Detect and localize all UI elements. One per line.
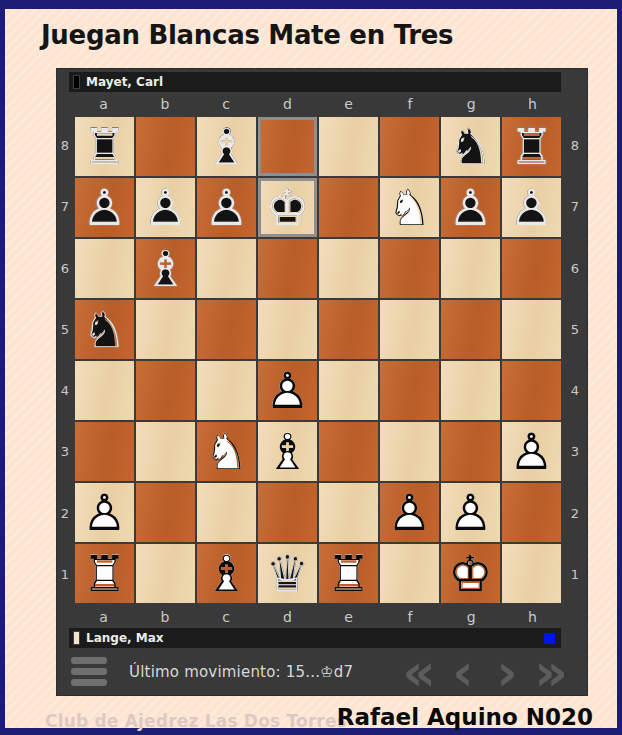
square-d6[interactable] <box>258 239 317 298</box>
square-d8[interactable] <box>258 117 317 176</box>
square-b7[interactable]: ♟♙ <box>136 178 195 237</box>
page: Juegan Blancas Mate en Tres Mayet, Carl … <box>0 0 622 735</box>
piece-glyph-outline: ♙ <box>258 361 317 420</box>
square-a1[interactable]: ♜♖ <box>75 544 134 603</box>
piece-glyph-outline: ♙ <box>75 178 134 237</box>
rank-label-1: 1 <box>57 544 73 605</box>
rank-label-3: 3 <box>563 421 587 482</box>
square-e6[interactable] <box>319 239 378 298</box>
square-h4[interactable] <box>502 361 561 420</box>
piece-glyph-outline: ♗ <box>197 117 256 176</box>
square-a2[interactable]: ♟♙ <box>75 483 134 542</box>
black-pawn-piece[interactable]: ♟♙ <box>197 178 256 237</box>
rank-label-7: 7 <box>563 176 587 237</box>
piece-glyph-outline: ♙ <box>502 178 561 237</box>
black-side-indicator <box>73 75 80 89</box>
square-g2[interactable]: ♟♙ <box>441 483 500 542</box>
piece-glyph-outline: ♔ <box>441 544 500 603</box>
square-f5[interactable] <box>380 300 439 359</box>
file-label-f: f <box>379 605 440 628</box>
black-pawn-piece[interactable]: ♟♙ <box>441 178 500 237</box>
square-h1[interactable] <box>502 544 561 603</box>
piece-glyph-outline: ♖ <box>502 117 561 176</box>
piece-glyph-outline: ♘ <box>197 422 256 481</box>
square-c7[interactable]: ♟♙ <box>197 178 256 237</box>
menu-icon[interactable] <box>71 657 107 686</box>
piece-glyph-outline: ♙ <box>502 422 561 481</box>
chess-board: ♜♖♝♗♞♘♜♖♟♙♟♙♟♙♚♔♞♘♟♙♟♙♝♗♞♘♟♙♞♘♝♗♟♙♟♙♟♙♟♙… <box>73 115 563 605</box>
white-side-indicator <box>73 631 80 645</box>
white-pawn-piece[interactable]: ♟♙ <box>258 361 317 420</box>
square-d4[interactable]: ♟♙ <box>258 361 317 420</box>
white-knight-piece[interactable]: ♞♘ <box>197 422 256 481</box>
player-bar-black: Mayet, Carl <box>69 72 561 92</box>
square-g3[interactable] <box>441 422 500 481</box>
piece-glyph-outline: ♙ <box>197 178 256 237</box>
author-credit: Rafael Aquino N020 <box>337 704 593 730</box>
piece-glyph-outline: ♗ <box>258 422 317 481</box>
square-e4[interactable] <box>319 361 378 420</box>
file-label-b: b <box>134 92 195 115</box>
square-h5[interactable] <box>502 300 561 359</box>
square-f4[interactable] <box>380 361 439 420</box>
board-area: 87654321 ♜♖♝♗♞♘♜♖♟♙♟♙♟♙♚♔♞♘♟♙♟♙♝♗♞♘♟♙♞♘♝… <box>57 115 587 605</box>
square-b3[interactable] <box>136 422 195 481</box>
black-bishop-piece[interactable]: ♝♗ <box>197 117 256 176</box>
square-f7[interactable]: ♞♘ <box>380 178 439 237</box>
white-rook-piece[interactable]: ♜♖ <box>319 544 378 603</box>
square-d5[interactable] <box>258 300 317 359</box>
white-king-piece[interactable]: ♚♔ <box>441 544 500 603</box>
piece-glyph-outline: ♖ <box>319 544 378 603</box>
square-c4[interactable] <box>197 361 256 420</box>
rank-label-2: 2 <box>57 483 73 544</box>
piece-glyph-outline: ♙ <box>380 483 439 542</box>
square-g5[interactable] <box>441 300 500 359</box>
square-g8[interactable]: ♞♘ <box>441 117 500 176</box>
square-a3[interactable] <box>75 422 134 481</box>
square-e8[interactable] <box>319 117 378 176</box>
rank-label-3: 3 <box>57 421 73 482</box>
page-title: Juegan Blancas Mate en Tres <box>41 20 453 50</box>
white-pawn-piece[interactable]: ♟♙ <box>380 483 439 542</box>
square-c8[interactable]: ♝♗ <box>197 117 256 176</box>
file-label-c: c <box>196 92 257 115</box>
rank-label-1: 1 <box>563 544 587 605</box>
file-label-g: g <box>441 605 502 628</box>
club-watermark: Club de Ajedrez Las Dos Torres <box>45 711 347 731</box>
file-label-a: a <box>73 605 134 628</box>
white-knight-piece[interactable]: ♞♘ <box>380 178 439 237</box>
chess-board-widget: Mayet, Carl abcdefgh 87654321 ♜♖♝♗♞♘♜♖♟♙… <box>57 69 587 695</box>
rank-labels-left: 87654321 <box>57 115 73 605</box>
file-labels-top: abcdefgh <box>57 92 587 115</box>
file-label-f: f <box>379 92 440 115</box>
square-b8[interactable] <box>136 117 195 176</box>
white-pawn-piece[interactable]: ♟♙ <box>502 422 561 481</box>
square-e7[interactable] <box>319 178 378 237</box>
square-g7[interactable]: ♟♙ <box>441 178 500 237</box>
black-knight-piece[interactable]: ♞♘ <box>75 300 134 359</box>
black-queen-piece[interactable]: ♛♕ <box>258 544 317 603</box>
square-e1[interactable]: ♜♖ <box>319 544 378 603</box>
square-b2[interactable] <box>136 483 195 542</box>
black-rook-piece[interactable]: ♜♖ <box>75 117 134 176</box>
square-h6[interactable] <box>502 239 561 298</box>
square-d2[interactable] <box>258 483 317 542</box>
square-b1[interactable] <box>136 544 195 603</box>
piece-glyph-outline: ♙ <box>75 483 134 542</box>
square-b6[interactable]: ♝♗ <box>136 239 195 298</box>
move-navigation: «‹›» <box>399 652 571 692</box>
black-king-piece[interactable]: ♚♔ <box>258 178 317 237</box>
first-move-button[interactable]: « <box>399 652 439 692</box>
file-label-e: e <box>318 92 379 115</box>
square-f3[interactable] <box>380 422 439 481</box>
next-move-button[interactable]: › <box>487 652 527 692</box>
square-e3[interactable] <box>319 422 378 481</box>
square-g4[interactable] <box>441 361 500 420</box>
square-a6[interactable] <box>75 239 134 298</box>
black-knight-piece[interactable]: ♞♘ <box>441 117 500 176</box>
piece-glyph-outline: ♔ <box>258 178 317 237</box>
white-pawn-piece[interactable]: ♟♙ <box>75 483 134 542</box>
rank-label-6: 6 <box>57 238 73 299</box>
square-f6[interactable] <box>380 239 439 298</box>
white-rook-piece[interactable]: ♜♖ <box>75 544 134 603</box>
square-a5[interactable]: ♞♘ <box>75 300 134 359</box>
piece-glyph-outline: ♗ <box>197 544 256 603</box>
square-g1[interactable]: ♚♔ <box>441 544 500 603</box>
player-bar-white: Lange, Max <box>69 628 561 648</box>
square-h2[interactable] <box>502 483 561 542</box>
rank-label-5: 5 <box>563 299 587 360</box>
piece-glyph-outline: ♘ <box>441 117 500 176</box>
square-e5[interactable] <box>319 300 378 359</box>
square-c5[interactable] <box>197 300 256 359</box>
black-bishop-piece[interactable]: ♝♗ <box>136 239 195 298</box>
player-name-black: Mayet, Carl <box>86 75 163 89</box>
file-label-g: g <box>441 92 502 115</box>
black-pawn-piece[interactable]: ♟♙ <box>75 178 134 237</box>
file-label-d: d <box>257 92 318 115</box>
rank-label-8: 8 <box>57 115 73 176</box>
black-pawn-piece[interactable]: ♟♙ <box>136 178 195 237</box>
file-label-h: h <box>502 605 563 628</box>
piece-glyph-outline: ♖ <box>75 544 134 603</box>
white-pawn-piece[interactable]: ♟♙ <box>441 483 500 542</box>
file-labels-bottom: abcdefgh <box>57 605 587 628</box>
rank-label-2: 2 <box>563 483 587 544</box>
file-label-c: c <box>196 605 257 628</box>
square-a8[interactable]: ♜♖ <box>75 117 134 176</box>
rank-label-4: 4 <box>563 360 587 421</box>
square-h7[interactable]: ♟♙ <box>502 178 561 237</box>
square-f8[interactable] <box>380 117 439 176</box>
control-bar: Último movimiento: 15...♔d7 «‹›» <box>57 648 587 695</box>
black-rook-piece[interactable]: ♜♖ <box>502 117 561 176</box>
file-label-d: d <box>257 605 318 628</box>
last-move-button[interactable]: » <box>531 652 571 692</box>
file-label-e: e <box>318 605 379 628</box>
piece-glyph-outline: ♗ <box>136 239 195 298</box>
white-bishop-piece[interactable]: ♝♗ <box>258 422 317 481</box>
square-a7[interactable]: ♟♙ <box>75 178 134 237</box>
square-h8[interactable]: ♜♖ <box>502 117 561 176</box>
rank-label-4: 4 <box>57 360 73 421</box>
square-b5[interactable] <box>136 300 195 359</box>
square-d1[interactable]: ♛♕ <box>258 544 317 603</box>
rank-labels-right: 87654321 <box>563 115 587 605</box>
square-c3[interactable]: ♞♘ <box>197 422 256 481</box>
player-name-white: Lange, Max <box>86 631 164 645</box>
rank-label-6: 6 <box>563 238 587 299</box>
piece-glyph-outline: ♙ <box>441 483 500 542</box>
square-c1[interactable]: ♝♗ <box>197 544 256 603</box>
rank-label-7: 7 <box>57 176 73 237</box>
black-pawn-piece[interactable]: ♟♙ <box>502 178 561 237</box>
white-bishop-piece[interactable]: ♝♗ <box>197 544 256 603</box>
square-d3[interactable]: ♝♗ <box>258 422 317 481</box>
square-c6[interactable] <box>197 239 256 298</box>
piece-glyph-outline: ♘ <box>380 178 439 237</box>
rank-label-5: 5 <box>57 299 73 360</box>
square-g6[interactable] <box>441 239 500 298</box>
file-label-b: b <box>134 605 195 628</box>
piece-glyph-outline: ♙ <box>136 178 195 237</box>
piece-glyph-outline: ♘ <box>75 300 134 359</box>
square-a4[interactable] <box>75 361 134 420</box>
square-c2[interactable] <box>197 483 256 542</box>
piece-glyph-outline: ♕ <box>258 544 317 603</box>
square-f2[interactable]: ♟♙ <box>380 483 439 542</box>
file-label-a: a <box>73 92 134 115</box>
prev-move-button[interactable]: ‹ <box>443 652 483 692</box>
rank-label-8: 8 <box>563 115 587 176</box>
square-b4[interactable] <box>136 361 195 420</box>
piece-glyph-outline: ♖ <box>75 117 134 176</box>
square-d7[interactable]: ♚♔ <box>258 178 317 237</box>
square-h3[interactable]: ♟♙ <box>502 422 561 481</box>
square-e2[interactable] <box>319 483 378 542</box>
file-label-h: h <box>502 92 563 115</box>
piece-glyph-outline: ♙ <box>441 178 500 237</box>
square-f1[interactable] <box>380 544 439 603</box>
last-move-text: Último movimiento: 15...♔d7 <box>129 663 353 681</box>
